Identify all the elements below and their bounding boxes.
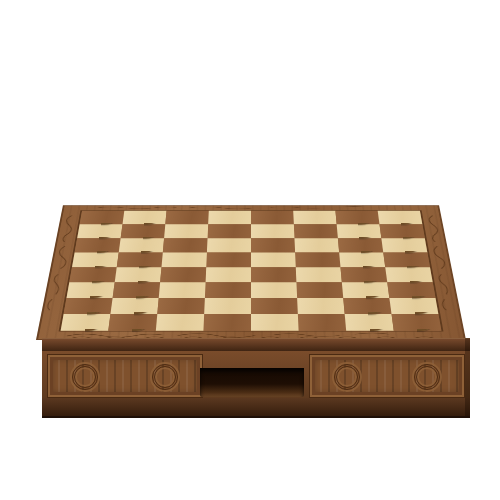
- board-perspective-wrapper: ♜♟♟♜♞♟♟♞♝♟♟♝♛♟♟♛♚♟♟♚♝♟♟♝♞♟♟♞♜♟♟♜: [36, 0, 466, 340]
- shako-plume: [140, 190, 143, 197]
- square-c5: [251, 238, 295, 252]
- square-a4: [208, 211, 251, 225]
- shako-plume: [138, 204, 141, 211]
- shako-plume: [141, 177, 144, 184]
- square-d5: [251, 252, 296, 267]
- square-h5: [251, 314, 299, 331]
- shako-plume: [365, 233, 368, 241]
- shako-plume: [363, 218, 366, 226]
- shako-plume: [98, 157, 101, 164]
- square-g5: [251, 298, 298, 314]
- square-d4: [206, 252, 251, 267]
- carved-panel-right: [310, 355, 464, 397]
- box-front: [42, 338, 470, 416]
- white-pawn-glyph: ♟: [106, 269, 157, 326]
- square-h2: ♟: [108, 314, 157, 331]
- square-h8: ♜: [392, 314, 442, 331]
- shako-plume: [358, 177, 361, 184]
- shako-plume: [401, 157, 404, 164]
- board-top: ♜♟♟♜♞♟♟♞♝♟♟♝♛♟♟♛♚♟♟♚♝♟♟♝♞♟♟♞♜♟♟♜: [36, 205, 466, 340]
- drawer-handle-recess: [200, 368, 304, 397]
- box-bottom-rail: [42, 398, 470, 418]
- square-c4: [207, 238, 251, 252]
- square-b5: [251, 224, 294, 238]
- product-photo-scene: ♜♟♟♜♞♟♟♞♝♟♟♝♛♟♟♛♚♟♟♚♝♟♟♝♞♟♟♞♜♟♟♜: [0, 0, 500, 500]
- box-front-top-lip: [42, 338, 470, 352]
- carved-panel-left: [48, 355, 202, 397]
- shako-plume: [360, 190, 363, 197]
- shako-plume: [413, 227, 416, 235]
- shako-plume: [368, 264, 371, 272]
- white-pawn-figure: ♟: [89, 264, 176, 331]
- shako-plume: [366, 248, 369, 256]
- square-g4: [204, 298, 251, 314]
- shako-plume: [91, 192, 94, 200]
- shako-plume: [408, 192, 411, 200]
- shako-plume: [86, 227, 89, 235]
- shako-plume: [361, 204, 364, 211]
- shako-plume: [83, 256, 86, 264]
- shako-plume: [133, 248, 136, 256]
- square-h4: [203, 314, 251, 331]
- square-e5: [251, 267, 296, 282]
- shako-plume: [357, 164, 360, 171]
- shako-plume: [136, 218, 139, 226]
- shako-plume: [134, 233, 137, 241]
- shako-plume: [131, 264, 134, 272]
- square-a5: [251, 211, 294, 225]
- black-rook-glyph: ♜: [388, 261, 447, 326]
- shako-plume: [143, 164, 146, 171]
- black-rook-figure: ♜: [374, 256, 461, 331]
- chess-board-grid: ♜♟♟♜♞♟♟♞♝♟♟♝♛♟♟♛♚♟♟♚♝♟♟♝♞♟♟♞♜♟♟♜: [61, 211, 442, 331]
- shako-plume: [416, 256, 419, 264]
- square-e4: [206, 267, 251, 282]
- square-b4: [208, 224, 251, 238]
